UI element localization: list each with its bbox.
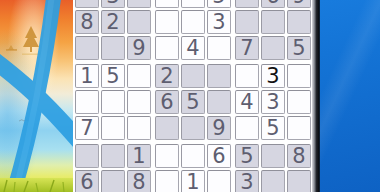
- cell-r1c6[interactable]: 5: [207, 0, 231, 8]
- given-digit: 6: [160, 91, 173, 113]
- cell-r5c4[interactable]: 6: [155, 90, 179, 114]
- cell-r7c2[interactable]: [101, 144, 125, 168]
- cell-r8c6[interactable]: [207, 170, 231, 192]
- cell-r2c4[interactable]: [155, 10, 179, 34]
- given-digit: 9: [212, 117, 225, 139]
- given-digit: 8: [292, 145, 305, 167]
- cell-r3c8[interactable]: [261, 36, 285, 60]
- cell-r7c1[interactable]: [75, 144, 99, 168]
- given-digit: 6: [80, 171, 93, 192]
- given-digit: 8: [80, 11, 93, 33]
- user-digit: 3: [266, 65, 279, 87]
- given-digit: 3: [240, 171, 253, 192]
- cell-r6c4[interactable]: [155, 116, 179, 140]
- cell-r8c3[interactable]: 8: [127, 170, 151, 192]
- cell-r4c8[interactable]: 3: [261, 64, 285, 88]
- cell-r2c8[interactable]: [261, 10, 285, 34]
- given-digit: 5: [186, 91, 199, 113]
- cell-r5c3[interactable]: [127, 90, 151, 114]
- cell-r7c9[interactable]: 8: [287, 144, 311, 168]
- given-digit: 5: [106, 65, 119, 87]
- cell-r5c6[interactable]: [207, 90, 231, 114]
- given-digit: 1: [80, 65, 93, 87]
- cell-r4c1[interactable]: 1: [75, 64, 99, 88]
- cell-r5c2[interactable]: [101, 90, 125, 114]
- cut-given-digit: 6: [266, 0, 279, 7]
- grass-band: [0, 178, 74, 192]
- cut-given-digit: 5: [212, 0, 225, 7]
- cell-r6c2[interactable]: [101, 116, 125, 140]
- cell-r2c9[interactable]: [287, 10, 311, 34]
- desktop-wallpaper-left[interactable]: [0, 0, 74, 192]
- given-digit: 9: [132, 37, 145, 59]
- cell-r1c8[interactable]: 6: [261, 0, 285, 8]
- cell-r6c3[interactable]: [127, 116, 151, 140]
- cell-r4c9[interactable]: [287, 64, 311, 88]
- cell-r4c6[interactable]: [207, 64, 231, 88]
- cell-r6c6[interactable]: 9: [207, 116, 231, 140]
- sudoku-window: 356982394751523654379516586813: [73, 0, 312, 192]
- cell-r1c7[interactable]: [235, 0, 259, 8]
- cell-r8c4[interactable]: [155, 170, 179, 192]
- given-digit: 7: [80, 117, 93, 139]
- cell-r7c4[interactable]: [155, 144, 179, 168]
- cell-r6c5[interactable]: [181, 116, 205, 140]
- given-digit: 1: [186, 171, 199, 192]
- cell-r5c8[interactable]: 3: [261, 90, 285, 114]
- cell-r6c1[interactable]: 7: [75, 116, 99, 140]
- given-digit: 2: [106, 11, 119, 33]
- cell-r2c6[interactable]: 3: [207, 10, 231, 34]
- cell-r2c2[interactable]: 2: [101, 10, 125, 34]
- given-digit: 7: [240, 37, 253, 59]
- cell-r1c4[interactable]: [155, 0, 179, 8]
- given-digit: 3: [212, 11, 225, 33]
- cell-r4c4[interactable]: 2: [155, 64, 179, 88]
- cell-r7c7[interactable]: 5: [235, 144, 259, 168]
- cell-r8c2[interactable]: [101, 170, 125, 192]
- given-digit: 4: [240, 91, 253, 113]
- cell-r3c7[interactable]: 7: [235, 36, 259, 60]
- given-digit: 5: [240, 145, 253, 167]
- given-digit: 5: [266, 117, 279, 139]
- given-digit: 5: [292, 37, 305, 59]
- given-digit: 2: [160, 65, 173, 87]
- cell-r1c2[interactable]: 3: [101, 0, 125, 8]
- cell-r6c9[interactable]: [287, 116, 311, 140]
- cell-r2c1[interactable]: 8: [75, 10, 99, 34]
- cell-r7c6[interactable]: 6: [207, 144, 231, 168]
- cell-r4c7[interactable]: [235, 64, 259, 88]
- cell-r3c1[interactable]: [75, 36, 99, 60]
- given-digit: 6: [212, 145, 225, 167]
- window-right-border: [312, 0, 320, 192]
- cell-r7c5[interactable]: [181, 144, 205, 168]
- cell-r3c9[interactable]: 5: [287, 36, 311, 60]
- cell-r3c2[interactable]: [101, 36, 125, 60]
- cell-r6c8[interactable]: 5: [261, 116, 285, 140]
- given-digit: 3: [266, 91, 279, 113]
- cell-r6c7[interactable]: [235, 116, 259, 140]
- cell-r5c9[interactable]: [287, 90, 311, 114]
- cell-r5c5[interactable]: 5: [181, 90, 205, 114]
- cut-given-digit: 3: [106, 0, 119, 7]
- cell-r1c9[interactable]: 9: [287, 0, 311, 8]
- cell-r8c8[interactable]: [261, 170, 285, 192]
- given-digit: 1: [132, 145, 145, 167]
- cell-r5c7[interactable]: 4: [235, 90, 259, 114]
- cell-r8c1[interactable]: 6: [75, 170, 99, 192]
- cell-r3c5[interactable]: 4: [181, 36, 205, 60]
- desktop[interactable]: 356982394751523654379516586813: [0, 0, 380, 192]
- cell-r8c9[interactable]: [287, 170, 311, 192]
- cell-r1c1[interactable]: [75, 0, 99, 8]
- cell-r7c3[interactable]: 1: [127, 144, 151, 168]
- given-digit: 8: [132, 171, 145, 192]
- cell-r2c5[interactable]: [181, 10, 205, 34]
- cell-r3c3[interactable]: 9: [127, 36, 151, 60]
- cell-r4c2[interactable]: 5: [101, 64, 125, 88]
- cell-r3c6[interactable]: [207, 36, 231, 60]
- cell-r4c3[interactable]: [127, 64, 151, 88]
- wallpaper-image: [0, 0, 74, 192]
- sudoku-board: 356982394751523654379516586813: [75, 0, 311, 192]
- cell-r8c7[interactable]: 3: [235, 170, 259, 192]
- cell-r1c5[interactable]: [181, 0, 205, 8]
- cell-r2c3[interactable]: [127, 10, 151, 34]
- cell-r7c8[interactable]: [261, 144, 285, 168]
- cut-given-digit: 9: [292, 0, 305, 7]
- cell-r3c4[interactable]: [155, 36, 179, 60]
- cell-r8c5[interactable]: 1: [181, 170, 205, 192]
- cell-r4c5[interactable]: [181, 64, 205, 88]
- cell-r2c7[interactable]: [235, 10, 259, 34]
- given-digit: 4: [186, 37, 199, 59]
- cell-r1c3[interactable]: [127, 0, 151, 8]
- cell-r5c1[interactable]: [75, 90, 99, 114]
